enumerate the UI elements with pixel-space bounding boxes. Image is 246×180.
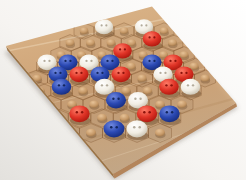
button-white-r8c3[interactable] (127, 120, 148, 137)
button-hole (148, 111, 150, 113)
button-hole (141, 24, 143, 26)
button-hole (124, 48, 126, 50)
peg-bump-r6c6[interactable] (177, 100, 186, 107)
button-hole (101, 72, 103, 74)
button-hole (76, 111, 78, 113)
button-hole (153, 60, 155, 62)
button-hole (148, 60, 150, 62)
button-hole (165, 84, 167, 86)
button-hole (96, 72, 98, 74)
button-blue-r5c1[interactable] (52, 79, 72, 95)
button-hole (69, 60, 71, 62)
button-hole (90, 60, 92, 62)
peg-bump-r1c5[interactable] (168, 39, 177, 46)
peg-bump-r3c7[interactable] (189, 63, 198, 70)
button-hole (59, 72, 61, 74)
peg-bump-r0c0[interactable] (80, 27, 89, 34)
button-red-r2c3[interactable] (113, 43, 132, 58)
peg-bump-r3c4[interactable] (126, 63, 135, 70)
button-hole (117, 98, 119, 100)
peg-bump-r5c5[interactable] (143, 87, 152, 94)
peg-bump-r6c5[interactable] (155, 100, 164, 107)
button-hole (85, 60, 87, 62)
peg-bump-r4c8[interactable] (200, 75, 209, 82)
button-hole (122, 72, 124, 74)
button-hole (105, 24, 107, 26)
peg-bump-r6c2[interactable] (89, 100, 98, 107)
peg-bump-r0c4[interactable] (160, 27, 169, 34)
button-red-r7c1[interactable] (69, 105, 89, 122)
peg-bump-r7c3[interactable] (120, 114, 130, 122)
button-hole (58, 84, 60, 86)
button-hole (112, 98, 114, 100)
peg-bump-r1c0[interactable] (66, 39, 75, 46)
button-hole (101, 84, 103, 86)
button-white-r5c7[interactable] (181, 79, 201, 95)
button-hole (138, 126, 141, 129)
button-hole (64, 60, 66, 62)
button-hole (115, 126, 118, 129)
button-red-r1c4[interactable] (143, 31, 162, 46)
peg-bump-r4c5[interactable] (137, 75, 146, 82)
button-hole (111, 60, 113, 62)
button-red-r4c4[interactable] (111, 66, 130, 82)
button-hole (110, 126, 113, 129)
button-hole (174, 60, 176, 62)
button-red-r7c4[interactable] (137, 105, 157, 122)
button-blue-r7c5[interactable] (159, 105, 179, 122)
peg-bump-r5c2[interactable] (78, 87, 87, 94)
button-hole (153, 36, 155, 38)
button-hole (75, 72, 77, 74)
peg-bump-r0c2[interactable] (120, 27, 129, 34)
button-red-r5c6[interactable] (159, 79, 179, 95)
button-hole (170, 84, 172, 86)
peg-bump-r7c2[interactable] (97, 114, 107, 122)
peg-bump-r8c4[interactable] (155, 129, 165, 137)
button-blue-r8c2[interactable] (104, 120, 125, 137)
button-hole (164, 72, 166, 74)
button-hole (143, 111, 145, 113)
button-white-r0c1[interactable] (95, 19, 113, 34)
button-hole (119, 48, 121, 50)
button-hole (192, 84, 194, 86)
button-hole (148, 36, 150, 38)
button-hole (187, 84, 189, 86)
peg-bump-r5c4[interactable] (121, 87, 130, 94)
button-white-r5c3[interactable] (95, 79, 115, 95)
button-hole (81, 111, 83, 113)
button-hole (166, 111, 168, 113)
button-hole (139, 98, 141, 100)
button-hole (106, 60, 108, 62)
button-hole (106, 84, 108, 86)
button-hole (185, 72, 187, 74)
board-svg (0, 0, 246, 180)
button-hole (159, 72, 161, 74)
button-hole (54, 72, 56, 74)
button-hole (43, 60, 45, 62)
peg-bump-r8c1[interactable] (86, 129, 96, 137)
button-red-r4c2[interactable] (69, 66, 88, 82)
button-blue-r6c3[interactable] (106, 92, 126, 108)
button-hole (117, 72, 119, 74)
button-hole (63, 84, 65, 86)
peg-bump-r1c1[interactable] (86, 39, 95, 46)
peg-bump-r2c6[interactable] (180, 51, 189, 58)
button-hole (134, 98, 136, 100)
button-hole (169, 60, 171, 62)
button-hole (171, 111, 173, 113)
photo-scene (0, 0, 246, 180)
button-hole (80, 72, 82, 74)
button-hole (101, 24, 103, 26)
button-hole (133, 126, 136, 129)
button-hole (180, 72, 182, 74)
button-hole (145, 24, 147, 26)
button-hole (48, 60, 50, 62)
peg-bump-r1c2[interactable] (107, 39, 116, 46)
